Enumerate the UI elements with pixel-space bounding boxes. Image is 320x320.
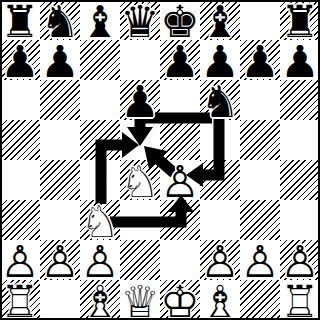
piece-white-pawn[interactable]: ♟♙ xyxy=(40,240,80,280)
square-a6[interactable] xyxy=(0,80,40,120)
square-h5[interactable] xyxy=(280,120,320,160)
piece-white-pawn[interactable]: ♟♙ xyxy=(240,240,280,280)
square-b6[interactable] xyxy=(40,80,80,120)
square-b3[interactable] xyxy=(40,200,80,240)
square-f1[interactable]: ♝♗ xyxy=(200,280,240,320)
piece-black-king[interactable]: ♚ xyxy=(160,0,200,40)
piece-black-pawn[interactable]: ♟ xyxy=(40,40,80,80)
square-b4[interactable] xyxy=(40,160,80,200)
square-c4[interactable] xyxy=(80,160,120,200)
square-e4[interactable]: ♟♙ xyxy=(160,160,200,200)
square-f8[interactable]: ♝ xyxy=(200,0,240,40)
square-c2[interactable]: ♟♙ xyxy=(80,240,120,280)
square-f6[interactable]: ♞ xyxy=(200,80,240,120)
square-b8[interactable]: ♞ xyxy=(40,0,80,40)
piece-black-knight[interactable]: ♞ xyxy=(40,0,80,40)
square-a2[interactable]: ♟♙ xyxy=(0,240,40,280)
square-f5[interactable] xyxy=(200,120,240,160)
square-d6[interactable]: ♟ xyxy=(120,80,160,120)
piece-black-pawn[interactable]: ♟ xyxy=(240,40,280,80)
square-h4[interactable] xyxy=(280,160,320,200)
square-c7[interactable] xyxy=(80,40,120,80)
piece-white-pawn[interactable]: ♟♙ xyxy=(80,240,120,280)
piece-black-pawn[interactable]: ♟ xyxy=(160,40,200,80)
square-g6[interactable] xyxy=(240,80,280,120)
piece-black-queen[interactable]: ♛ xyxy=(120,0,160,40)
square-c5[interactable] xyxy=(80,120,120,160)
piece-white-bishop[interactable]: ♝♗ xyxy=(80,280,120,320)
square-e2[interactable] xyxy=(160,240,200,280)
square-h2[interactable]: ♟♙ xyxy=(280,240,320,280)
chess-board[interactable]: ♜♞♝♛♚♝♜♟♟♟♟♟♟♟♞♞♘♟♙♞♘♟♙♟♙♟♙♟♙♟♙♟♙♜♖♝♗♛♕♚… xyxy=(0,0,320,320)
piece-white-king[interactable]: ♚♔ xyxy=(160,280,200,320)
square-b1[interactable] xyxy=(40,280,80,320)
piece-white-bishop[interactable]: ♝♗ xyxy=(200,280,240,320)
piece-white-pawn[interactable]: ♟♙ xyxy=(280,240,320,280)
square-d5[interactable] xyxy=(120,120,160,160)
square-e8[interactable]: ♚ xyxy=(160,0,200,40)
piece-white-pawn[interactable]: ♟♙ xyxy=(0,240,40,280)
square-b2[interactable]: ♟♙ xyxy=(40,240,80,280)
square-g1[interactable] xyxy=(240,280,280,320)
square-a8[interactable]: ♜ xyxy=(0,0,40,40)
square-d7[interactable] xyxy=(120,40,160,80)
square-c6[interactable] xyxy=(80,80,120,120)
square-e3[interactable] xyxy=(160,200,200,240)
piece-black-pawn[interactable]: ♟ xyxy=(120,80,160,120)
square-g4[interactable] xyxy=(240,160,280,200)
square-g7[interactable]: ♟ xyxy=(240,40,280,80)
piece-black-bishop[interactable]: ♝ xyxy=(80,0,120,40)
square-c3[interactable]: ♞♘ xyxy=(80,200,120,240)
square-h3[interactable] xyxy=(280,200,320,240)
square-b5[interactable] xyxy=(40,120,80,160)
square-f4[interactable] xyxy=(200,160,240,200)
piece-black-pawn[interactable]: ♟ xyxy=(280,40,320,80)
piece-black-rook[interactable]: ♜ xyxy=(280,0,320,40)
square-h8[interactable]: ♜ xyxy=(280,0,320,40)
square-h6[interactable] xyxy=(280,80,320,120)
square-d8[interactable]: ♛ xyxy=(120,0,160,40)
piece-black-pawn[interactable]: ♟ xyxy=(0,40,40,80)
board-squares[interactable]: ♜♞♝♛♚♝♜♟♟♟♟♟♟♟♞♞♘♟♙♞♘♟♙♟♙♟♙♟♙♟♙♟♙♜♖♝♗♛♕♚… xyxy=(0,0,320,320)
square-e7[interactable]: ♟ xyxy=(160,40,200,80)
piece-white-rook[interactable]: ♜♖ xyxy=(0,280,40,320)
square-f7[interactable]: ♟ xyxy=(200,40,240,80)
piece-white-knight[interactable]: ♞♘ xyxy=(120,160,160,200)
square-a4[interactable] xyxy=(0,160,40,200)
square-h1[interactable]: ♜♖ xyxy=(280,280,320,320)
square-g5[interactable] xyxy=(240,120,280,160)
square-a3[interactable] xyxy=(0,200,40,240)
piece-black-pawn[interactable]: ♟ xyxy=(200,40,240,80)
square-f3[interactable] xyxy=(200,200,240,240)
piece-black-knight[interactable]: ♞ xyxy=(200,80,240,120)
piece-black-rook[interactable]: ♜ xyxy=(0,0,40,40)
piece-white-pawn[interactable]: ♟♙ xyxy=(160,160,200,200)
piece-white-queen[interactable]: ♛♕ xyxy=(120,280,160,320)
square-a7[interactable]: ♟ xyxy=(0,40,40,80)
square-e1[interactable]: ♚♔ xyxy=(160,280,200,320)
square-g3[interactable] xyxy=(240,200,280,240)
square-g8[interactable] xyxy=(240,0,280,40)
square-e6[interactable] xyxy=(160,80,200,120)
piece-white-rook[interactable]: ♜♖ xyxy=(280,280,320,320)
piece-white-knight[interactable]: ♞♘ xyxy=(80,200,120,240)
square-f2[interactable]: ♟♙ xyxy=(200,240,240,280)
square-d4[interactable]: ♞♘ xyxy=(120,160,160,200)
square-d2[interactable] xyxy=(120,240,160,280)
square-d3[interactable] xyxy=(120,200,160,240)
square-h7[interactable]: ♟ xyxy=(280,40,320,80)
square-a1[interactable]: ♜♖ xyxy=(0,280,40,320)
square-a5[interactable] xyxy=(0,120,40,160)
square-c1[interactable]: ♝♗ xyxy=(80,280,120,320)
square-b7[interactable]: ♟ xyxy=(40,40,80,80)
square-e5[interactable] xyxy=(160,120,200,160)
square-c8[interactable]: ♝ xyxy=(80,0,120,40)
piece-white-pawn[interactable]: ♟♙ xyxy=(200,240,240,280)
square-d1[interactable]: ♛♕ xyxy=(120,280,160,320)
piece-black-bishop[interactable]: ♝ xyxy=(200,0,240,40)
square-g2[interactable]: ♟♙ xyxy=(240,240,280,280)
